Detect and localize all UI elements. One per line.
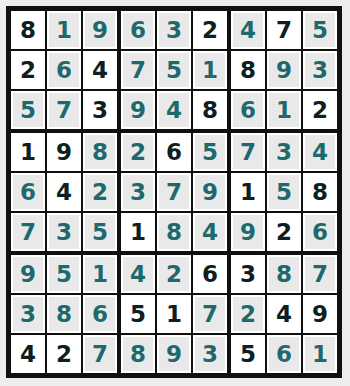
sudoku-box-2: 632751948 bbox=[121, 11, 227, 129]
cell-r3c8[interactable]: 1 bbox=[267, 91, 301, 129]
given-digit: 3 bbox=[83, 91, 117, 129]
solved-digit: 4 bbox=[157, 91, 191, 129]
cell-r3c6[interactable]: 8 bbox=[193, 91, 227, 129]
solved-digit: 9 bbox=[193, 173, 227, 211]
cell-r9c7[interactable]: 5 bbox=[231, 335, 265, 373]
solved-digit: 2 bbox=[121, 133, 155, 171]
given-digit: 2 bbox=[193, 11, 227, 49]
solved-digit: 9 bbox=[267, 51, 301, 89]
cell-r8c6[interactable]: 7 bbox=[193, 295, 227, 333]
solved-digit: 7 bbox=[121, 51, 155, 89]
cell-r5c6[interactable]: 9 bbox=[193, 173, 227, 211]
cell-r5c5[interactable]: 7 bbox=[157, 173, 191, 211]
cell-r9c9[interactable]: 1 bbox=[303, 335, 337, 373]
cell-r3c2[interactable]: 7 bbox=[47, 91, 81, 129]
cell-r1c6[interactable]: 2 bbox=[193, 11, 227, 49]
given-digit: 5 bbox=[231, 335, 265, 373]
cell-r9c8[interactable]: 6 bbox=[267, 335, 301, 373]
cell-r1c8[interactable]: 7 bbox=[267, 11, 301, 49]
cell-r3c9[interactable]: 2 bbox=[303, 91, 337, 129]
cell-r9c6[interactable]: 3 bbox=[193, 335, 227, 373]
given-digit: 8 bbox=[11, 11, 45, 49]
cell-r7c7[interactable]: 3 bbox=[231, 255, 265, 293]
solved-digit: 3 bbox=[121, 173, 155, 211]
given-digit: 8 bbox=[303, 173, 337, 211]
cell-r8c8[interactable]: 4 bbox=[267, 295, 301, 333]
cell-r5c4[interactable]: 3 bbox=[121, 173, 155, 211]
cell-r6c8[interactable]: 2 bbox=[267, 213, 301, 251]
solved-digit: 3 bbox=[47, 213, 81, 251]
cell-r3c7[interactable]: 6 bbox=[231, 91, 265, 129]
solved-digit: 5 bbox=[11, 91, 45, 129]
given-digit: 1 bbox=[157, 295, 191, 333]
sudoku-box-8: 426517893 bbox=[121, 255, 227, 373]
solved-digit: 7 bbox=[47, 91, 81, 129]
cell-r2c7[interactable]: 8 bbox=[231, 51, 265, 89]
cell-r9c4[interactable]: 8 bbox=[121, 335, 155, 373]
cell-r8c4[interactable]: 5 bbox=[121, 295, 155, 333]
given-digit: 1 bbox=[121, 213, 155, 251]
cell-r7c9[interactable]: 7 bbox=[303, 255, 337, 293]
given-digit: 6 bbox=[157, 133, 191, 171]
cell-r3c3[interactable]: 3 bbox=[83, 91, 117, 129]
cell-r6c5[interactable]: 8 bbox=[157, 213, 191, 251]
given-digit: 5 bbox=[121, 295, 155, 333]
cell-r8c1[interactable]: 3 bbox=[11, 295, 45, 333]
given-digit: 1 bbox=[231, 173, 265, 211]
cell-r6c9[interactable]: 6 bbox=[303, 213, 337, 251]
cell-r1c5[interactable]: 3 bbox=[157, 11, 191, 49]
solved-digit: 9 bbox=[83, 11, 117, 49]
solved-digit: 3 bbox=[267, 133, 301, 171]
solved-digit: 8 bbox=[121, 335, 155, 373]
cell-r6c2[interactable]: 3 bbox=[47, 213, 81, 251]
cell-r7c5[interactable]: 2 bbox=[157, 255, 191, 293]
cell-r9c5[interactable]: 9 bbox=[157, 335, 191, 373]
cell-r3c1[interactable]: 5 bbox=[11, 91, 45, 129]
solved-digit: 4 bbox=[231, 11, 265, 49]
solved-digit: 6 bbox=[121, 11, 155, 49]
sudoku-box-9: 387249561 bbox=[231, 255, 337, 373]
cell-r4c8[interactable]: 3 bbox=[267, 133, 301, 171]
cell-r1c1[interactable]: 8 bbox=[11, 11, 45, 49]
given-digit: 3 bbox=[231, 255, 265, 293]
cell-r2c9[interactable]: 3 bbox=[303, 51, 337, 89]
cell-r7c1[interactable]: 9 bbox=[11, 255, 45, 293]
solved-digit: 2 bbox=[83, 173, 117, 211]
given-digit: 4 bbox=[83, 51, 117, 89]
cell-r6c6[interactable]: 4 bbox=[193, 213, 227, 251]
given-digit: 2 bbox=[47, 335, 81, 373]
given-digit: 9 bbox=[303, 295, 337, 333]
cell-r6c1[interactable]: 7 bbox=[11, 213, 45, 251]
cell-r4c7[interactable]: 7 bbox=[231, 133, 265, 171]
cell-r7c4[interactable]: 4 bbox=[121, 255, 155, 293]
cell-r8c2[interactable]: 8 bbox=[47, 295, 81, 333]
cell-r9c2[interactable]: 2 bbox=[47, 335, 81, 373]
cell-r6c4[interactable]: 1 bbox=[121, 213, 155, 251]
solved-digit: 8 bbox=[47, 295, 81, 333]
cell-r4c4[interactable]: 2 bbox=[121, 133, 155, 171]
solved-digit: 7 bbox=[231, 133, 265, 171]
sudoku-board: 8192645736327519484758936121986427352653… bbox=[6, 6, 342, 378]
solved-digit: 8 bbox=[267, 255, 301, 293]
given-digit: 2 bbox=[267, 213, 301, 251]
solved-digit: 9 bbox=[231, 213, 265, 251]
cell-r5c1[interactable]: 6 bbox=[11, 173, 45, 211]
cell-r5c9[interactable]: 8 bbox=[303, 173, 337, 211]
sudoku-box-3: 475893612 bbox=[231, 11, 337, 129]
sudoku-box-7: 951386427 bbox=[11, 255, 117, 373]
cell-r3c4[interactable]: 9 bbox=[121, 91, 155, 129]
solved-digit: 7 bbox=[193, 295, 227, 333]
solved-digit: 3 bbox=[11, 295, 45, 333]
cell-r4c9[interactable]: 4 bbox=[303, 133, 337, 171]
solved-digit: 6 bbox=[267, 335, 301, 373]
cell-r4c5[interactable]: 6 bbox=[157, 133, 191, 171]
cell-r3c5[interactable]: 4 bbox=[157, 91, 191, 129]
solved-digit: 5 bbox=[47, 255, 81, 293]
cell-r8c7[interactable]: 2 bbox=[231, 295, 265, 333]
cell-r7c8[interactable]: 8 bbox=[267, 255, 301, 293]
cell-r5c8[interactable]: 5 bbox=[267, 173, 301, 211]
solved-digit: 9 bbox=[11, 255, 45, 293]
cell-r8c3[interactable]: 6 bbox=[83, 295, 117, 333]
solved-digit: 3 bbox=[157, 11, 191, 49]
cell-r7c6[interactable]: 6 bbox=[193, 255, 227, 293]
cell-r6c7[interactable]: 9 bbox=[231, 213, 265, 251]
given-digit: 8 bbox=[193, 91, 227, 129]
cell-r1c4[interactable]: 6 bbox=[121, 11, 155, 49]
solved-digit: 1 bbox=[193, 51, 227, 89]
cell-r4c6[interactable]: 5 bbox=[193, 133, 227, 171]
solved-digit: 7 bbox=[11, 213, 45, 251]
solved-digit: 5 bbox=[157, 51, 191, 89]
cell-r5c2[interactable]: 4 bbox=[47, 173, 81, 211]
solved-digit: 7 bbox=[157, 173, 191, 211]
given-digit: 1 bbox=[11, 133, 45, 171]
cell-r2c5[interactable]: 5 bbox=[157, 51, 191, 89]
cell-r8c5[interactable]: 1 bbox=[157, 295, 191, 333]
given-digit: 2 bbox=[11, 51, 45, 89]
cell-r7c2[interactable]: 5 bbox=[47, 255, 81, 293]
solved-digit: 6 bbox=[303, 213, 337, 251]
solved-digit: 6 bbox=[231, 91, 265, 129]
sudoku-box-1: 819264573 bbox=[11, 11, 117, 129]
solved-digit: 5 bbox=[267, 173, 301, 211]
cell-r1c7[interactable]: 4 bbox=[231, 11, 265, 49]
solved-digit: 2 bbox=[231, 295, 265, 333]
solved-digit: 4 bbox=[193, 213, 227, 251]
solved-digit: 9 bbox=[157, 335, 191, 373]
solved-digit: 1 bbox=[267, 91, 301, 129]
given-digit: 6 bbox=[193, 255, 227, 293]
solved-digit: 8 bbox=[83, 133, 117, 171]
sudoku-box-6: 734158926 bbox=[231, 133, 337, 251]
solved-digit: 6 bbox=[11, 173, 45, 211]
solved-digit: 7 bbox=[303, 255, 337, 293]
solved-digit: 7 bbox=[83, 335, 117, 373]
cell-r8c9[interactable]: 9 bbox=[303, 295, 337, 333]
cell-r6c3[interactable]: 5 bbox=[83, 213, 117, 251]
cell-r5c7[interactable]: 1 bbox=[231, 173, 265, 211]
cell-r2c2[interactable]: 6 bbox=[47, 51, 81, 89]
cell-r2c3[interactable]: 4 bbox=[83, 51, 117, 89]
cell-r5c3[interactable]: 2 bbox=[83, 173, 117, 211]
sudoku-box-4: 198642735 bbox=[11, 133, 117, 251]
given-digit: 8 bbox=[231, 51, 265, 89]
cell-r2c6[interactable]: 1 bbox=[193, 51, 227, 89]
given-digit: 7 bbox=[267, 11, 301, 49]
cell-r9c3[interactable]: 7 bbox=[83, 335, 117, 373]
cell-r2c4[interactable]: 7 bbox=[121, 51, 155, 89]
cell-r4c2[interactable]: 9 bbox=[47, 133, 81, 171]
solved-digit: 2 bbox=[157, 255, 191, 293]
page: 8192645736327519484758936121986427352653… bbox=[0, 0, 350, 386]
solved-digit: 5 bbox=[83, 213, 117, 251]
solved-digit: 6 bbox=[47, 51, 81, 89]
solved-digit: 1 bbox=[83, 255, 117, 293]
cell-r4c3[interactable]: 8 bbox=[83, 133, 117, 171]
solved-digit: 3 bbox=[303, 51, 337, 89]
cell-r2c8[interactable]: 9 bbox=[267, 51, 301, 89]
solved-digit: 6 bbox=[83, 295, 117, 333]
solved-digit: 1 bbox=[303, 335, 337, 373]
solved-digit: 5 bbox=[303, 11, 337, 49]
given-digit: 4 bbox=[267, 295, 301, 333]
solved-digit: 8 bbox=[157, 213, 191, 251]
cell-r7c3[interactable]: 1 bbox=[83, 255, 117, 293]
given-digit: 4 bbox=[11, 335, 45, 373]
cell-r1c9[interactable]: 5 bbox=[303, 11, 337, 49]
cell-r1c3[interactable]: 9 bbox=[83, 11, 117, 49]
solved-digit: 4 bbox=[303, 133, 337, 171]
cell-r2c1[interactable]: 2 bbox=[11, 51, 45, 89]
solved-digit: 4 bbox=[121, 255, 155, 293]
cell-r9c1[interactable]: 4 bbox=[11, 335, 45, 373]
solved-digit: 1 bbox=[47, 11, 81, 49]
solved-digit: 5 bbox=[193, 133, 227, 171]
given-digit: 2 bbox=[303, 91, 337, 129]
cell-r4c1[interactable]: 1 bbox=[11, 133, 45, 171]
given-digit: 9 bbox=[47, 133, 81, 171]
given-digit: 4 bbox=[47, 173, 81, 211]
solved-digit: 9 bbox=[121, 91, 155, 129]
sudoku-box-5: 265379184 bbox=[121, 133, 227, 251]
cell-r1c2[interactable]: 1 bbox=[47, 11, 81, 49]
solved-digit: 3 bbox=[193, 335, 227, 373]
